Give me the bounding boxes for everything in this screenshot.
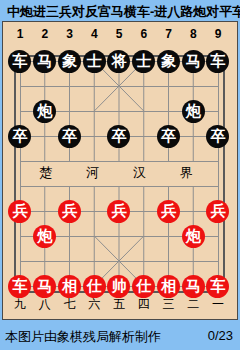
board-cell [8,74,33,99]
board-cell: 卒 [206,124,231,149]
board-cell [107,74,132,99]
file-labels-top: 123456789 [8,26,231,42]
board-cell: 兵 [107,199,132,224]
board-cell [57,74,82,99]
board-cell [156,149,181,174]
board-cell [82,124,107,149]
black-elephant-piece: 象 [58,50,81,73]
board-cell: 象 [156,49,181,74]
red-horse-piece: 马 [33,275,56,298]
board-cell: 炮 [32,224,57,249]
black-horse-piece: 马 [33,50,56,73]
board-cell [82,174,107,199]
file-label-top: 9 [206,26,231,42]
board-cell [57,174,82,199]
red-chariot-piece: 车 [8,275,31,298]
black-horse-piece: 马 [182,50,205,73]
board-cell [32,174,57,199]
board-cell [206,99,231,124]
red-soldier-piece: 兵 [107,200,130,223]
board-cell [206,249,231,274]
black-soldier-piece: 卒 [58,125,81,148]
board-cell: 卒 [8,124,33,149]
board-cell [131,249,156,274]
board-cell [32,149,57,174]
board-cell: 马 [181,49,206,74]
board-cell: 卒 [156,124,181,149]
board-cell [131,149,156,174]
red-advisor-piece: 仕 [83,275,106,298]
board-cell [82,149,107,174]
board-cell: 马 [181,274,206,299]
board-cell: 兵 [8,199,33,224]
board-cell [107,149,132,174]
board-cell [156,249,181,274]
piece-grid: 车马象士将士象马车炮炮卒卒卒卒卒兵兵兵兵兵炮炮车马相仕帅仕相马车 [8,49,231,299]
black-soldier-piece: 卒 [157,125,180,148]
board-cell [131,224,156,249]
board-cell [181,124,206,149]
black-cannon-piece: 炮 [182,100,205,123]
board-cell [107,249,132,274]
board-cell [131,74,156,99]
board-cell [107,224,132,249]
board-cell [206,174,231,199]
board-cell: 相 [57,274,82,299]
board-cell [32,74,57,99]
board-cell: 相 [156,274,181,299]
board-cell: 车 [206,274,231,299]
board-cell [107,174,132,199]
black-soldier-piece: 卒 [206,125,229,148]
black-general-piece: 将 [107,50,130,73]
board-cell: 将 [107,49,132,74]
board-cell: 帅 [107,274,132,299]
board-cell [32,199,57,224]
black-chariot-piece: 车 [8,50,31,73]
board-cell [57,249,82,274]
xiangqi-board: 123456789 楚河汉界 九八七六五四三二一 车马象士将士象马车炮炮卒卒卒卒… [2,21,238,320]
board-cell [206,224,231,249]
board-cell: 炮 [32,99,57,124]
red-cannon-piece: 炮 [182,225,205,248]
board-cell [8,99,33,124]
board-cell [82,224,107,249]
board-cell [156,174,181,199]
board-cell: 象 [57,49,82,74]
board-cell [8,149,33,174]
board-cell [57,149,82,174]
board-cell: 卒 [57,124,82,149]
red-soldier-piece: 兵 [206,200,229,223]
footer-credit: 本图片由象棋残局解析制作 [5,328,161,346]
board-cell: 仕 [82,274,107,299]
board-cell [181,199,206,224]
board-cell [131,124,156,149]
page-title: 中炮进三兵对反宫马横车-进八路炮对平车顶车 [7,3,240,19]
red-soldier-piece: 兵 [58,200,81,223]
board-cell [82,249,107,274]
file-label-top: 1 [8,26,33,42]
board-cell [32,249,57,274]
red-advisor-piece: 仕 [132,275,155,298]
board-cell: 仕 [131,274,156,299]
board-cell [156,224,181,249]
file-label-top: 8 [181,26,206,42]
file-label-top: 3 [57,26,82,42]
black-soldier-piece: 卒 [8,125,31,148]
board-cell [57,99,82,124]
board-cell [131,199,156,224]
board-cell [181,74,206,99]
red-soldier-piece: 兵 [8,200,31,223]
file-label-top: 2 [32,26,57,42]
board-cell [82,199,107,224]
board-cell: 车 [8,274,33,299]
file-label-top: 4 [82,26,107,42]
board-cell: 兵 [156,199,181,224]
board-cell [131,174,156,199]
black-elephant-piece: 象 [157,50,180,73]
board-cell: 炮 [181,224,206,249]
board-cell [206,149,231,174]
file-label-top: 7 [156,26,181,42]
board-cell [8,224,33,249]
black-cannon-piece: 炮 [33,100,56,123]
board-cell [181,249,206,274]
file-label-top: 5 [107,26,132,42]
board-cell [107,99,132,124]
file-label-top: 6 [131,26,156,42]
red-chariot-piece: 车 [206,275,229,298]
board-cell [82,74,107,99]
board-cell: 马 [32,49,57,74]
board-cell: 马 [32,274,57,299]
board-cell [82,99,107,124]
board-cell: 炮 [181,99,206,124]
board-cell: 士 [82,49,107,74]
red-soldier-piece: 兵 [157,200,180,223]
board-cell [57,224,82,249]
black-soldier-piece: 卒 [107,125,130,148]
board-cell [181,149,206,174]
board-cell: 车 [8,49,33,74]
board-cell [8,174,33,199]
board-cell: 士 [131,49,156,74]
black-advisor-piece: 士 [83,50,106,73]
red-elephant-piece: 相 [58,275,81,298]
board-cell [181,174,206,199]
board-cell [156,74,181,99]
board-cell: 车 [206,49,231,74]
red-horse-piece: 马 [182,275,205,298]
board-cell [206,74,231,99]
black-advisor-piece: 士 [132,50,155,73]
red-general-piece: 帅 [107,275,130,298]
move-counter: 0/23 [208,328,233,343]
board-cell [131,99,156,124]
black-chariot-piece: 车 [206,50,229,73]
board-cell [8,249,33,274]
board-cell [32,124,57,149]
board-cell: 卒 [107,124,132,149]
red-elephant-piece: 相 [157,275,180,298]
board-cell: 兵 [206,199,231,224]
board-cell: 兵 [57,199,82,224]
red-cannon-piece: 炮 [33,225,56,248]
board-cell [156,99,181,124]
